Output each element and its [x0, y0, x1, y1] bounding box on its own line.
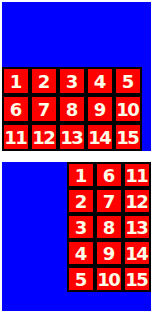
number-tile-14[interactable]: 14: [123, 240, 151, 266]
number-tile-15[interactable]: 15: [114, 123, 142, 151]
number-tile-8[interactable]: 8: [58, 95, 86, 123]
number-tile-9[interactable]: 9: [86, 95, 114, 123]
number-tile-2[interactable]: 2: [30, 67, 58, 95]
number-tile-10[interactable]: 10: [95, 266, 123, 292]
number-tile-10[interactable]: 10: [114, 95, 142, 123]
number-tile-1[interactable]: 1: [67, 162, 95, 188]
top-panel: 123456789101112131415: [2, 2, 151, 151]
bottom-panel: 161127123813491451015: [2, 162, 151, 311]
number-tile-12[interactable]: 12: [123, 188, 151, 214]
number-tile-13[interactable]: 13: [58, 123, 86, 151]
number-tile-6[interactable]: 6: [2, 95, 30, 123]
number-tile-2[interactable]: 2: [67, 188, 95, 214]
number-tile-4[interactable]: 4: [86, 67, 114, 95]
number-tile-8[interactable]: 8: [95, 214, 123, 240]
number-tile-4[interactable]: 4: [67, 240, 95, 266]
number-tile-9[interactable]: 9: [95, 240, 123, 266]
number-tile-3[interactable]: 3: [58, 67, 86, 95]
number-tile-5[interactable]: 5: [114, 67, 142, 95]
number-tile-15[interactable]: 15: [123, 266, 151, 292]
number-tile-12[interactable]: 12: [30, 123, 58, 151]
number-tile-5[interactable]: 5: [67, 266, 95, 292]
number-tile-11[interactable]: 11: [2, 123, 30, 151]
number-tile-7[interactable]: 7: [30, 95, 58, 123]
page: 123456789101112131415 161127123813491451…: [0, 0, 153, 313]
number-tile-6[interactable]: 6: [95, 162, 123, 188]
row-major-number-grid: 123456789101112131415: [2, 67, 142, 151]
number-tile-13[interactable]: 13: [123, 214, 151, 240]
number-tile-14[interactable]: 14: [86, 123, 114, 151]
number-tile-3[interactable]: 3: [67, 214, 95, 240]
column-major-number-grid: 161127123813491451015: [67, 162, 151, 292]
number-tile-11[interactable]: 11: [123, 162, 151, 188]
number-tile-7[interactable]: 7: [95, 188, 123, 214]
number-tile-1[interactable]: 1: [2, 67, 30, 95]
